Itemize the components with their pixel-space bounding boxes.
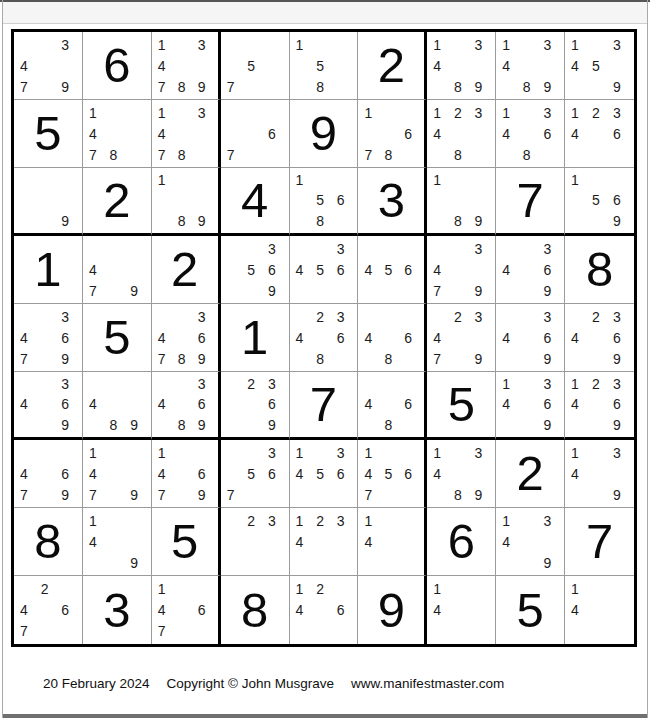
candidate-digit: 4 bbox=[500, 394, 521, 414]
candidate-digit: 8 bbox=[314, 348, 335, 369]
candidate-empty bbox=[59, 578, 80, 599]
candidate-empty bbox=[176, 463, 196, 484]
candidate-digit: 3 bbox=[541, 306, 562, 327]
candidate-digit: 9 bbox=[59, 76, 80, 97]
cell-r4c5[interactable]: 3456 bbox=[290, 236, 359, 304]
candidate-grid: 1467 bbox=[156, 578, 216, 642]
candidate-grid: 149 bbox=[87, 510, 149, 573]
candidate-empty bbox=[294, 238, 315, 259]
candidate-empty bbox=[452, 442, 473, 463]
cell-r2c9[interactable]: 12346 bbox=[565, 100, 634, 168]
candidate-grid: 23468 bbox=[294, 306, 356, 369]
candidate-digit: 9 bbox=[541, 552, 562, 573]
candidate-empty bbox=[59, 190, 80, 210]
cell-r4c4[interactable]: 3569 bbox=[221, 236, 290, 304]
candidate-empty bbox=[18, 34, 39, 55]
candidate-digit: 8 bbox=[382, 144, 402, 165]
cell-r7c7[interactable]: 13489 bbox=[427, 440, 496, 508]
page-header-bar bbox=[3, 2, 647, 24]
candidate-digit: 4 bbox=[500, 123, 521, 144]
cell-r8c9[interactable]: 7 bbox=[565, 508, 634, 576]
candidate-digit: 2 bbox=[314, 578, 335, 599]
candidate-empty bbox=[335, 55, 356, 76]
candidate-digit: 8 bbox=[176, 415, 196, 435]
cell-r8c8[interactable]: 1349 bbox=[496, 508, 565, 576]
candidate-empty bbox=[108, 484, 129, 505]
candidate-digit: 8 bbox=[382, 348, 402, 369]
cell-r2c1[interactable]: 5 bbox=[14, 100, 83, 168]
candidate-empty bbox=[521, 123, 542, 144]
cell-r3c4[interactable]: 4 bbox=[221, 168, 290, 236]
candidate-digit: 4 bbox=[362, 463, 382, 484]
cell-r9c8[interactable]: 5 bbox=[496, 576, 565, 644]
cell-value: 2 bbox=[358, 32, 424, 99]
candidate-digit: 1 bbox=[156, 442, 176, 463]
candidate-empty bbox=[382, 442, 402, 463]
cell-r3c1[interactable]: 9 bbox=[14, 168, 83, 236]
candidate-digit: 2 bbox=[314, 306, 335, 327]
candidate-empty bbox=[500, 348, 521, 369]
candidate-empty bbox=[18, 374, 39, 394]
candidate-empty bbox=[569, 211, 590, 231]
candidate-empty bbox=[569, 621, 590, 642]
cell-r3c7[interactable]: 189 bbox=[427, 168, 496, 236]
candidate-grid: 3479 bbox=[18, 34, 80, 97]
candidate-empty bbox=[541, 144, 562, 165]
candidate-empty bbox=[521, 280, 542, 301]
cell-value: 7 bbox=[565, 508, 634, 575]
candidate-digit: 8 bbox=[108, 144, 129, 165]
candidate-digit: 9 bbox=[128, 484, 149, 505]
cell-r6c3[interactable]: 34689 bbox=[152, 372, 221, 440]
candidate-empty bbox=[402, 510, 422, 531]
candidate-grid: 14 bbox=[362, 510, 422, 573]
candidate-empty bbox=[39, 76, 60, 97]
candidate-digit: 3 bbox=[473, 306, 494, 327]
cell-r4c2[interactable]: 479 bbox=[83, 236, 152, 304]
candidate-digit: 6 bbox=[402, 123, 422, 144]
candidate-empty bbox=[156, 211, 176, 231]
candidate-empty bbox=[245, 34, 266, 55]
candidate-digit: 4 bbox=[569, 599, 590, 620]
candidate-empty bbox=[196, 55, 216, 76]
cell-r5c7[interactable]: 23479 bbox=[427, 304, 496, 372]
candidate-digit: 4 bbox=[87, 394, 108, 414]
candidate-grid: 468 bbox=[362, 374, 422, 435]
cell-r6c1[interactable]: 3469 bbox=[14, 372, 83, 440]
candidate-empty bbox=[335, 621, 356, 642]
cell-r9c6[interactable]: 9 bbox=[358, 576, 427, 644]
candidate-grid: 489 bbox=[87, 374, 149, 435]
candidate-digit: 4 bbox=[431, 55, 452, 76]
candidate-empty bbox=[335, 211, 356, 231]
candidate-digit: 1 bbox=[569, 374, 590, 394]
candidate-grid: 189 bbox=[156, 170, 216, 231]
cell-r9c2[interactable]: 3 bbox=[83, 576, 152, 644]
cell-r4c9[interactable]: 8 bbox=[565, 236, 634, 304]
cell-r2c7[interactable]: 12348 bbox=[427, 100, 496, 168]
candidate-grid: 1478 bbox=[87, 102, 149, 165]
candidate-empty bbox=[473, 578, 494, 599]
candidate-empty bbox=[473, 621, 494, 642]
cell-r9c1[interactable]: 2467 bbox=[14, 576, 83, 644]
cell-r3c3[interactable]: 189 bbox=[152, 168, 221, 236]
candidate-grid: 3469 bbox=[18, 374, 80, 435]
candidate-digit: 6 bbox=[266, 259, 287, 280]
candidate-empty bbox=[225, 552, 246, 573]
candidate-digit: 4 bbox=[156, 123, 176, 144]
candidate-empty bbox=[314, 531, 335, 552]
candidate-empty bbox=[521, 415, 542, 435]
candidate-digit: 9 bbox=[266, 415, 287, 435]
candidate-digit: 6 bbox=[402, 259, 422, 280]
candidate-empty bbox=[294, 211, 315, 231]
cell-r5c8[interactable]: 3469 bbox=[496, 304, 565, 372]
cell-r4c8[interactable]: 3469 bbox=[496, 236, 565, 304]
candidate-empty bbox=[452, 190, 473, 210]
candidate-digit: 1 bbox=[294, 578, 315, 599]
cell-r9c9[interactable]: 14 bbox=[565, 576, 634, 644]
candidate-empty bbox=[335, 76, 356, 97]
candidate-digit: 1 bbox=[431, 102, 452, 123]
cell-r2c4[interactable]: 67 bbox=[221, 100, 290, 168]
candidate-digit: 4 bbox=[431, 599, 452, 620]
cell-r4c3[interactable]: 2 bbox=[152, 236, 221, 304]
cell-r9c4[interactable]: 8 bbox=[221, 576, 290, 644]
candidate-empty bbox=[431, 238, 452, 259]
cell-r7c9[interactable]: 1349 bbox=[565, 440, 634, 508]
cell-r2c5[interactable]: 9 bbox=[290, 100, 359, 168]
candidate-empty bbox=[39, 374, 60, 394]
candidate-digit: 5 bbox=[245, 463, 266, 484]
candidate-empty bbox=[18, 190, 39, 210]
cell-r3c9[interactable]: 1569 bbox=[565, 168, 634, 236]
cell-r8c5[interactable]: 1234 bbox=[290, 508, 359, 576]
candidate-digit: 4 bbox=[569, 123, 590, 144]
candidate-empty bbox=[59, 621, 80, 642]
cell-value: 3 bbox=[83, 576, 151, 644]
candidate-digit: 2 bbox=[314, 510, 335, 531]
candidate-digit: 9 bbox=[128, 415, 149, 435]
candidate-grid: 3469 bbox=[500, 306, 562, 369]
candidate-empty bbox=[431, 190, 452, 210]
candidate-digit: 6 bbox=[59, 394, 80, 414]
candidate-empty bbox=[521, 510, 542, 531]
candidate-empty bbox=[294, 621, 315, 642]
candidate-empty bbox=[314, 484, 335, 505]
candidate-empty bbox=[431, 306, 452, 327]
candidate-digit: 5 bbox=[382, 259, 402, 280]
candidate-empty bbox=[452, 463, 473, 484]
candidate-digit: 6 bbox=[541, 123, 562, 144]
candidate-empty bbox=[176, 306, 196, 327]
candidate-empty bbox=[39, 55, 60, 76]
cell-r5c1[interactable]: 34679 bbox=[14, 304, 83, 372]
candidate-digit: 6 bbox=[266, 394, 287, 414]
cell-r1c9[interactable]: 13459 bbox=[565, 32, 634, 100]
cell-r1c5[interactable]: 158 bbox=[290, 32, 359, 100]
candidate-digit: 6 bbox=[541, 327, 562, 348]
candidate-digit: 5 bbox=[245, 259, 266, 280]
cell-r7c4[interactable]: 3567 bbox=[221, 440, 290, 508]
cell-r5c5[interactable]: 23468 bbox=[290, 304, 359, 372]
cell-value: 5 bbox=[152, 508, 218, 575]
cell-r2c3[interactable]: 13478 bbox=[152, 100, 221, 168]
cell-r5c3[interactable]: 346789 bbox=[152, 304, 221, 372]
cell-r6c9[interactable]: 123469 bbox=[565, 372, 634, 440]
candidate-digit: 4 bbox=[431, 327, 452, 348]
candidate-empty bbox=[452, 348, 473, 369]
candidate-empty bbox=[18, 211, 39, 231]
cell-r7c8[interactable]: 2 bbox=[496, 440, 565, 508]
candidate-digit: 7 bbox=[156, 348, 176, 369]
cell-value: 5 bbox=[427, 372, 495, 437]
cell-r1c4[interactable]: 57 bbox=[221, 32, 290, 100]
candidate-grid: 14567 bbox=[362, 442, 422, 505]
candidate-digit: 4 bbox=[431, 259, 452, 280]
candidate-empty bbox=[335, 280, 356, 301]
candidate-empty bbox=[473, 123, 494, 144]
cell-value: 2 bbox=[496, 440, 564, 507]
cell-r4c7[interactable]: 3479 bbox=[427, 236, 496, 304]
candidate-empty bbox=[225, 394, 246, 414]
candidate-grid: 14 bbox=[431, 578, 493, 642]
candidate-empty bbox=[402, 144, 422, 165]
cell-r7c1[interactable]: 4679 bbox=[14, 440, 83, 508]
candidate-empty bbox=[196, 170, 216, 190]
candidate-empty bbox=[176, 34, 196, 55]
candidate-empty bbox=[225, 34, 246, 55]
cell-r6c8[interactable]: 13469 bbox=[496, 372, 565, 440]
candidate-empty bbox=[473, 599, 494, 620]
candidate-empty bbox=[500, 144, 521, 165]
candidate-empty bbox=[473, 55, 494, 76]
cell-value: 1 bbox=[14, 236, 82, 303]
candidate-grid: 12346 bbox=[569, 102, 632, 165]
cell-r3c6[interactable]: 3 bbox=[358, 168, 427, 236]
cell-r2c8[interactable]: 13468 bbox=[496, 100, 565, 168]
candidate-grid: 13456 bbox=[294, 442, 356, 505]
candidate-digit: 7 bbox=[362, 484, 382, 505]
candidate-digit: 4 bbox=[87, 531, 108, 552]
candidate-empty bbox=[500, 76, 521, 97]
candidate-digit: 6 bbox=[402, 327, 422, 348]
candidate-digit: 1 bbox=[156, 34, 176, 55]
candidate-grid: 1678 bbox=[362, 102, 422, 165]
cell-r7c5[interactable]: 13456 bbox=[290, 440, 359, 508]
candidate-empty bbox=[266, 55, 287, 76]
candidate-empty bbox=[473, 463, 494, 484]
cell-r8c7[interactable]: 6 bbox=[427, 508, 496, 576]
candidate-digit: 1 bbox=[569, 170, 590, 190]
candidate-digit: 1 bbox=[87, 442, 108, 463]
candidate-empty bbox=[473, 259, 494, 280]
candidate-digit: 1 bbox=[569, 578, 590, 599]
cell-r8c1[interactable]: 8 bbox=[14, 508, 83, 576]
candidate-empty bbox=[382, 510, 402, 531]
candidate-empty bbox=[128, 374, 149, 394]
candidate-grid: 2369 bbox=[225, 374, 287, 435]
footer-date: 20 February 2024 bbox=[43, 676, 150, 691]
candidate-empty bbox=[402, 415, 422, 435]
cell-r8c3[interactable]: 5 bbox=[152, 508, 221, 576]
candidate-digit: 9 bbox=[473, 211, 494, 231]
candidate-digit: 9 bbox=[128, 280, 149, 301]
candidate-digit: 3 bbox=[196, 306, 216, 327]
cell-r9c3[interactable]: 1467 bbox=[152, 576, 221, 644]
candidate-digit: 4 bbox=[362, 531, 382, 552]
candidate-empty bbox=[176, 374, 196, 394]
cell-value: 6 bbox=[83, 32, 151, 99]
cell-r8c2[interactable]: 149 bbox=[83, 508, 152, 576]
cell-r1c1[interactable]: 3479 bbox=[14, 32, 83, 100]
cell-r4c1[interactable]: 1 bbox=[14, 236, 83, 304]
candidate-empty bbox=[431, 211, 452, 231]
cell-r6c6[interactable]: 468 bbox=[358, 372, 427, 440]
cell-r8c6[interactable]: 14 bbox=[358, 508, 427, 576]
candidate-empty bbox=[108, 463, 129, 484]
candidate-grid: 12348 bbox=[431, 102, 493, 165]
candidate-digit: 8 bbox=[521, 76, 542, 97]
candidate-empty bbox=[452, 327, 473, 348]
candidate-empty bbox=[402, 280, 422, 301]
candidate-empty bbox=[590, 463, 611, 484]
candidate-digit: 8 bbox=[176, 144, 196, 165]
candidate-empty bbox=[569, 348, 590, 369]
candidate-grid: 23479 bbox=[431, 306, 493, 369]
candidate-digit: 9 bbox=[611, 415, 632, 435]
candidate-digit: 6 bbox=[611, 394, 632, 414]
cell-r6c7[interactable]: 5 bbox=[427, 372, 496, 440]
candidate-grid: 34689 bbox=[156, 374, 216, 435]
candidate-empty bbox=[225, 102, 246, 123]
candidate-empty bbox=[245, 144, 266, 165]
cell-r5c9[interactable]: 23469 bbox=[565, 304, 634, 372]
candidate-digit: 1 bbox=[569, 442, 590, 463]
candidate-digit: 9 bbox=[266, 280, 287, 301]
candidate-empty bbox=[382, 374, 402, 394]
candidate-empty bbox=[245, 238, 266, 259]
candidate-empty bbox=[108, 510, 129, 531]
candidate-empty bbox=[39, 327, 60, 348]
candidate-digit: 5 bbox=[314, 463, 335, 484]
cell-r6c2[interactable]: 489 bbox=[83, 372, 152, 440]
candidate-empty bbox=[569, 306, 590, 327]
candidate-empty bbox=[402, 306, 422, 327]
candidate-empty bbox=[294, 190, 315, 210]
candidate-empty bbox=[541, 55, 562, 76]
candidate-digit: 4 bbox=[569, 327, 590, 348]
cell-r9c5[interactable]: 1246 bbox=[290, 576, 359, 644]
candidate-digit: 6 bbox=[266, 463, 287, 484]
candidate-grid: 346789 bbox=[156, 306, 216, 369]
candidate-grid: 13469 bbox=[500, 374, 562, 435]
cell-r1c7[interactable]: 13489 bbox=[427, 32, 496, 100]
cell-r5c4[interactable]: 1 bbox=[221, 304, 290, 372]
candidate-digit: 9 bbox=[473, 348, 494, 369]
candidate-digit: 1 bbox=[156, 170, 176, 190]
candidate-empty bbox=[245, 442, 266, 463]
candidate-empty bbox=[452, 599, 473, 620]
cell-r1c2[interactable]: 6 bbox=[83, 32, 152, 100]
candidate-empty bbox=[590, 327, 611, 348]
cell-r8c4[interactable]: 23 bbox=[221, 508, 290, 576]
candidate-empty bbox=[521, 306, 542, 327]
candidate-digit: 4 bbox=[294, 463, 315, 484]
candidate-empty bbox=[128, 531, 149, 552]
candidate-digit: 4 bbox=[156, 55, 176, 76]
cell-r7c3[interactable]: 14679 bbox=[152, 440, 221, 508]
candidate-empty bbox=[314, 170, 335, 190]
candidate-empty bbox=[611, 463, 632, 484]
cell-r7c6[interactable]: 14567 bbox=[358, 440, 427, 508]
candidate-digit: 7 bbox=[225, 76, 246, 97]
candidate-digit: 4 bbox=[362, 259, 382, 280]
candidate-digit: 1 bbox=[362, 510, 382, 531]
candidate-empty bbox=[611, 55, 632, 76]
candidate-grid: 13468 bbox=[500, 102, 562, 165]
candidate-empty bbox=[590, 442, 611, 463]
cell-r4c6[interactable]: 456 bbox=[358, 236, 427, 304]
cell-r2c2[interactable]: 1478 bbox=[83, 100, 152, 168]
cell-r1c8[interactable]: 13489 bbox=[496, 32, 565, 100]
cell-r1c3[interactable]: 134789 bbox=[152, 32, 221, 100]
cell-value: 8 bbox=[221, 576, 289, 644]
cell-r6c4[interactable]: 2369 bbox=[221, 372, 290, 440]
candidate-digit: 2 bbox=[452, 306, 473, 327]
candidate-empty bbox=[521, 394, 542, 414]
candidate-grid: 13478 bbox=[156, 102, 216, 165]
candidate-digit: 9 bbox=[611, 348, 632, 369]
candidate-empty bbox=[225, 510, 246, 531]
candidate-empty bbox=[382, 484, 402, 505]
candidate-empty bbox=[176, 55, 196, 76]
candidate-digit: 4 bbox=[18, 55, 39, 76]
candidate-empty bbox=[108, 552, 129, 573]
cell-r3c8[interactable]: 7 bbox=[496, 168, 565, 236]
cell-r5c2[interactable]: 5 bbox=[83, 304, 152, 372]
candidate-digit: 4 bbox=[569, 394, 590, 414]
cell-r6c5[interactable]: 7 bbox=[290, 372, 359, 440]
candidate-digit: 9 bbox=[59, 484, 80, 505]
candidate-empty bbox=[521, 374, 542, 394]
candidate-digit: 3 bbox=[59, 306, 80, 327]
cell-r1c6[interactable]: 2 bbox=[358, 32, 427, 100]
candidate-digit: 3 bbox=[266, 374, 287, 394]
candidate-empty bbox=[294, 280, 315, 301]
candidate-digit: 1 bbox=[569, 34, 590, 55]
candidate-empty bbox=[176, 578, 196, 599]
cell-r2c6[interactable]: 1678 bbox=[358, 100, 427, 168]
cell-r3c5[interactable]: 1568 bbox=[290, 168, 359, 236]
cell-r7c2[interactable]: 1479 bbox=[83, 440, 152, 508]
candidate-empty bbox=[452, 238, 473, 259]
candidate-empty bbox=[500, 415, 521, 435]
candidate-digit: 9 bbox=[59, 415, 80, 435]
candidate-digit: 9 bbox=[541, 415, 562, 435]
candidate-empty bbox=[335, 552, 356, 573]
cell-r5c6[interactable]: 468 bbox=[358, 304, 427, 372]
candidate-empty bbox=[266, 144, 287, 165]
candidate-empty bbox=[382, 102, 402, 123]
candidate-empty bbox=[196, 578, 216, 599]
cell-value: 8 bbox=[565, 236, 634, 303]
candidate-empty bbox=[176, 621, 196, 642]
candidate-grid: 468 bbox=[362, 306, 422, 369]
cell-r9c7[interactable]: 14 bbox=[427, 576, 496, 644]
candidate-digit: 9 bbox=[541, 348, 562, 369]
cell-r3c2[interactable]: 2 bbox=[83, 168, 152, 236]
